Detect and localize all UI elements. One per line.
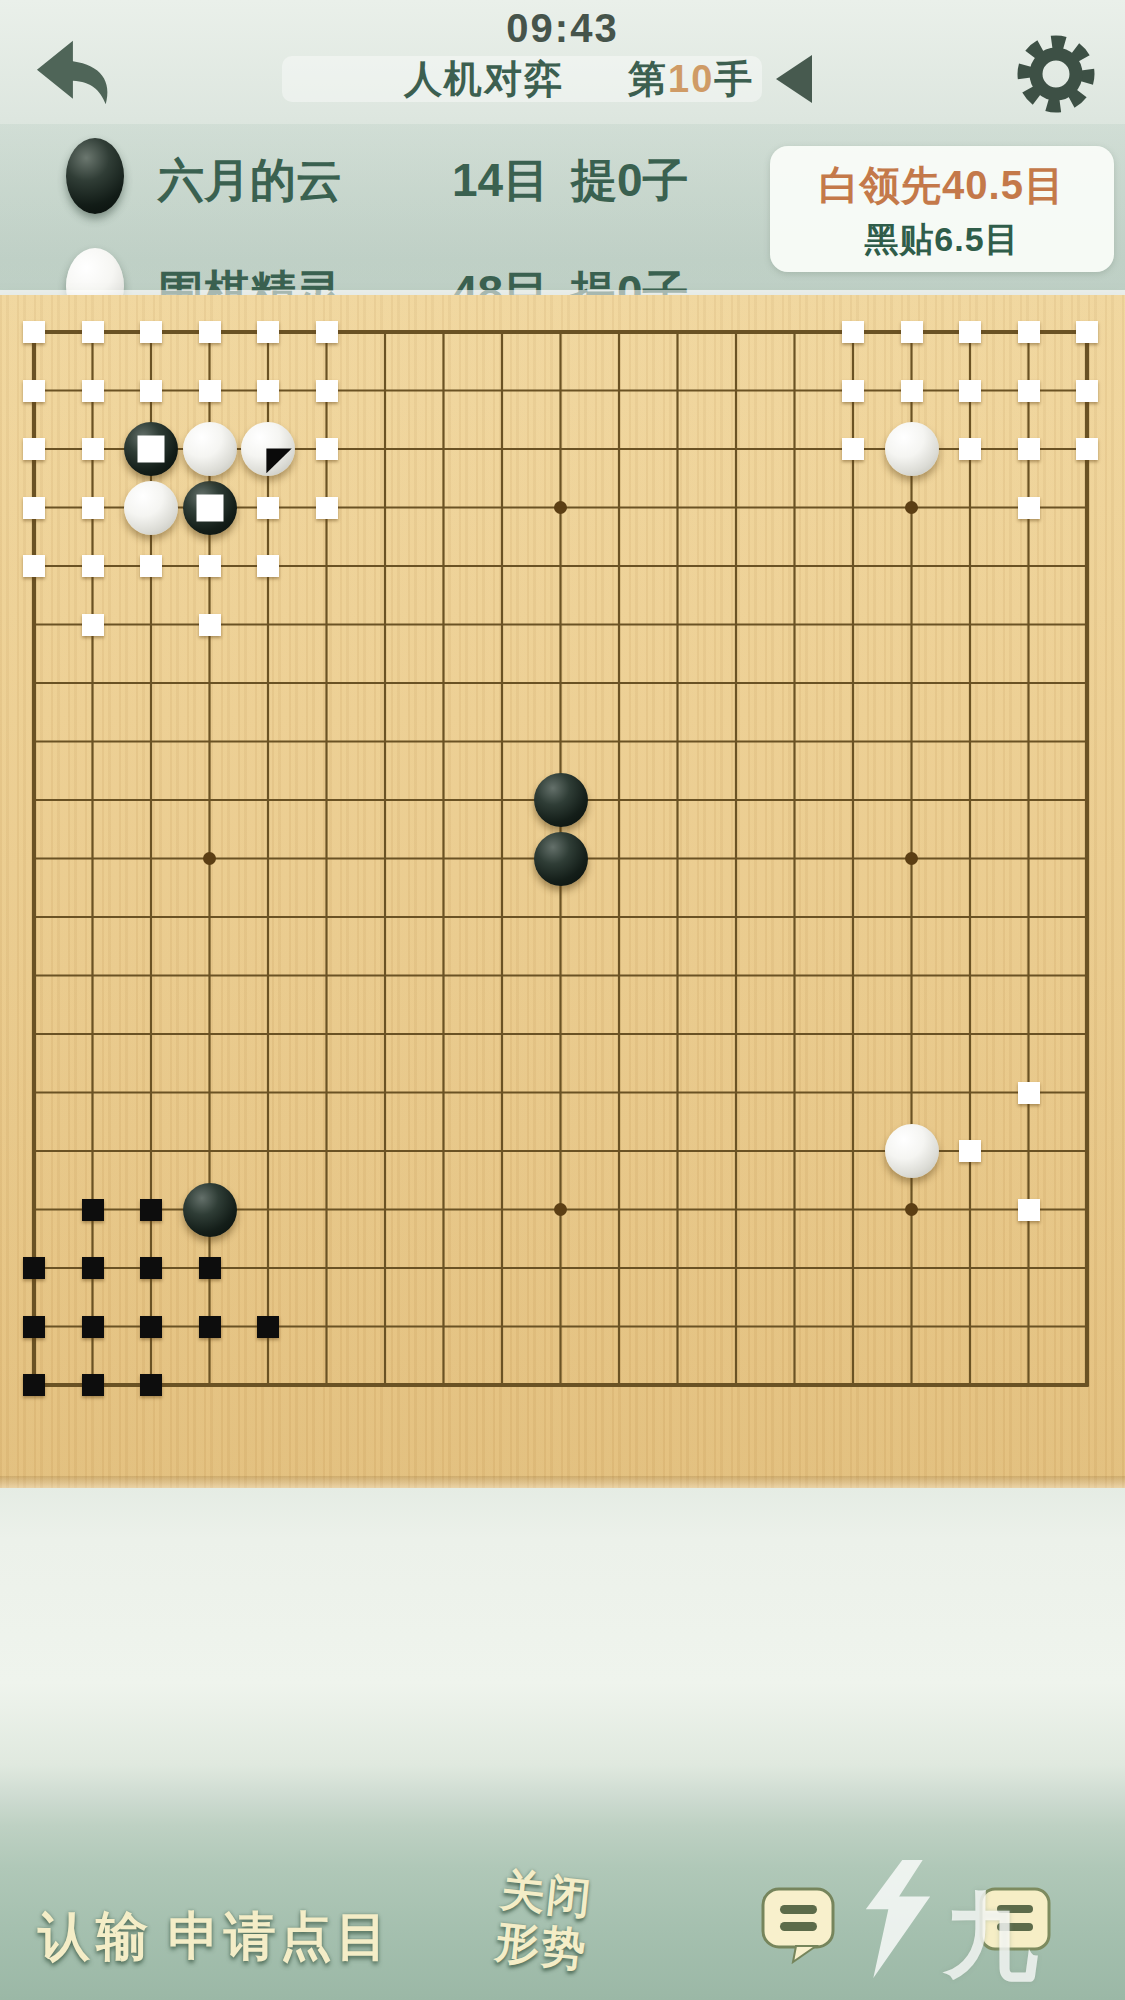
white-territory-mark (316, 438, 338, 460)
white-territory-mark (140, 555, 162, 577)
black-player-stone-icon (66, 138, 124, 214)
white-territory-mark (199, 380, 221, 402)
list-icon (981, 1889, 1049, 1949)
black-territory-mark (140, 1199, 162, 1221)
white-territory-mark (842, 321, 864, 343)
black-territory-mark (199, 1257, 221, 1279)
gear-icon (1026, 44, 1086, 104)
app-screen: 09:43 人机对弈 第10手 六月的云 14目 提0子 围棋精灵 48目 提0… (0, 0, 1125, 2000)
white-territory-mark (23, 321, 45, 343)
white-territory-mark (1018, 497, 1040, 519)
white-territory-mark (257, 497, 279, 519)
white-territory-mark (1018, 438, 1040, 460)
white-stone[interactable] (183, 422, 237, 476)
white-territory-mark (959, 380, 981, 402)
white-territory-mark (1018, 321, 1040, 343)
white-territory-mark (1076, 438, 1098, 460)
white-territory-mark (82, 321, 104, 343)
white-territory-mark (82, 380, 104, 402)
white-territory-mark (316, 321, 338, 343)
white-territory-mark (1076, 321, 1098, 343)
board-grid-lines (0, 295, 1125, 1488)
white-territory-mark (1018, 1199, 1040, 1221)
white-territory-mark (82, 555, 104, 577)
game-mode-pill: 人机对弈 第10手 (282, 56, 762, 102)
white-territory-mark (23, 497, 45, 519)
move-counter: 第10手 (628, 54, 754, 105)
white-territory-mark (842, 380, 864, 402)
komi-text: 黑贴6.5目 (770, 217, 1114, 263)
white-stone[interactable] (885, 1124, 939, 1178)
game-mode-title: 人机对弈 (404, 54, 564, 105)
chat-bubble-icon (763, 1889, 833, 1962)
white-territory-mark (959, 438, 981, 460)
black-territory-mark (199, 1316, 221, 1338)
white-territory-mark (82, 614, 104, 636)
black-stone[interactable] (124, 422, 178, 476)
black-stone[interactable] (183, 481, 237, 535)
white-territory-mark (257, 321, 279, 343)
white-territory-mark (1076, 380, 1098, 402)
black-stone[interactable] (183, 1183, 237, 1237)
black-territory-mark (82, 1199, 104, 1221)
black-territory-mark (23, 1316, 45, 1338)
black-stone[interactable] (534, 773, 588, 827)
white-territory-mark (316, 380, 338, 402)
white-territory-mark (199, 614, 221, 636)
star-point (905, 1203, 918, 1216)
white-territory-mark (901, 321, 923, 343)
white-territory-mark (23, 438, 45, 460)
white-territory-mark (23, 555, 45, 577)
white-territory-mark (316, 497, 338, 519)
star-point (905, 501, 918, 514)
white-territory-mark (140, 380, 162, 402)
black-territory-mark (23, 1374, 45, 1396)
star-point (554, 501, 567, 514)
estimate-lead-text: 白领先40.5目 (770, 158, 1114, 213)
white-territory-mark (1018, 1082, 1040, 1104)
dead-stone-mark (138, 436, 165, 463)
white-territory-mark (82, 438, 104, 460)
black-player-name: 六月的云 (158, 150, 342, 212)
go-board[interactable] (0, 295, 1125, 1488)
black-territory-mark (82, 1257, 104, 1279)
white-territory-mark (257, 380, 279, 402)
black-territory-mark (257, 1316, 279, 1338)
star-point (905, 852, 918, 865)
dead-stone-mark (196, 494, 223, 521)
white-territory-mark (23, 380, 45, 402)
white-territory-mark (842, 438, 864, 460)
white-territory-mark (199, 321, 221, 343)
score-estimate-panel: 白领先40.5目 黑贴6.5目 (770, 146, 1114, 272)
chat-button[interactable] (756, 1882, 840, 1964)
white-territory-mark (959, 1140, 981, 1162)
black-territory-count: 14目 (452, 150, 549, 212)
black-territory-mark (82, 1374, 104, 1396)
resign-button[interactable]: 认输 (38, 1902, 154, 1972)
black-territory-mark (140, 1257, 162, 1279)
black-territory-mark (82, 1316, 104, 1338)
white-territory-mark (1018, 380, 1040, 402)
white-stone[interactable] (241, 422, 295, 476)
status-time: 09:43 (0, 6, 1125, 51)
white-stone[interactable] (885, 422, 939, 476)
white-territory-mark (959, 321, 981, 343)
white-territory-mark (257, 555, 279, 577)
settings-button[interactable] (1015, 33, 1097, 115)
white-stone[interactable] (124, 481, 178, 535)
black-stone[interactable] (534, 832, 588, 886)
white-territory-mark (82, 497, 104, 519)
move-number: 10 (668, 58, 714, 100)
previous-move-button[interactable] (776, 55, 812, 103)
scoreboard: 六月的云 14目 提0子 围棋精灵 48目 提0子 白领先40.5目 黑贴6.5… (0, 124, 1125, 290)
star-point (554, 1203, 567, 1216)
white-territory-mark (901, 380, 923, 402)
black-territory-mark (140, 1316, 162, 1338)
white-territory-mark (140, 321, 162, 343)
black-territory-mark (140, 1374, 162, 1396)
black-territory-mark (23, 1257, 45, 1279)
request-counting-button[interactable]: 申请点目 (168, 1902, 392, 1972)
back-arrow-icon (37, 41, 108, 104)
white-territory-mark (199, 555, 221, 577)
move-list-button[interactable] (978, 1886, 1052, 1952)
black-captures-count: 提0子 (571, 150, 689, 212)
back-button[interactable] (26, 28, 112, 110)
close-estimate-button[interactable]: 关闭形势 (493, 1863, 595, 1976)
star-point (203, 852, 216, 865)
